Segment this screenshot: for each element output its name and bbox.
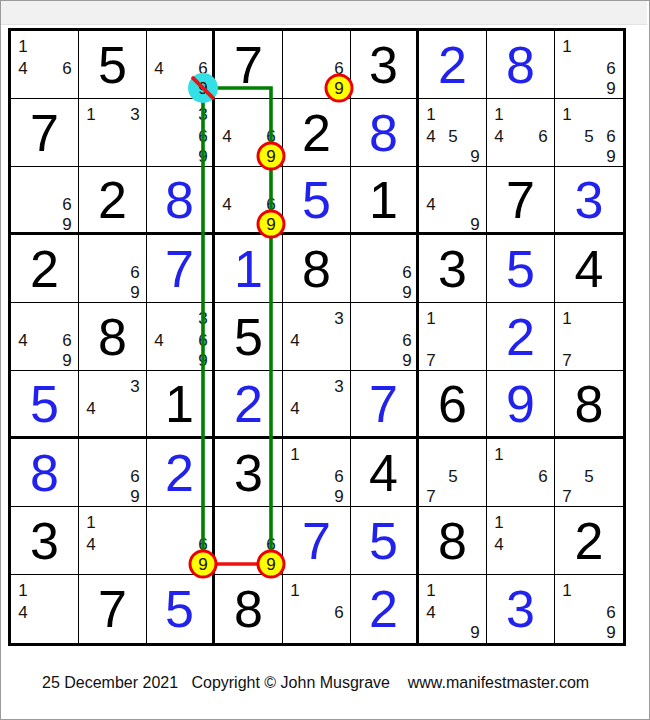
cell-r2c1[interactable]: 7 bbox=[11, 99, 79, 167]
sudoku-board: 1465469769328169713369469281459146156969… bbox=[8, 28, 626, 646]
cell-r7c8[interactable]: 16 bbox=[487, 439, 555, 507]
given-digit: 7 bbox=[487, 167, 554, 232]
candidate-5: 5 bbox=[584, 128, 593, 145]
cell-r5c6[interactable]: 69 bbox=[351, 303, 419, 371]
given-digit: 5 bbox=[215, 303, 282, 370]
candidate-4: 4 bbox=[222, 128, 231, 145]
candidate-9: 9 bbox=[62, 352, 71, 369]
cell-r2c3[interactable]: 369 bbox=[147, 99, 215, 167]
candidate-6: 6 bbox=[62, 196, 71, 213]
candidate-6: 6 bbox=[266, 196, 275, 213]
cell-r3c8[interactable]: 7 bbox=[487, 167, 555, 235]
solved-digit: 2 bbox=[215, 371, 282, 436]
cell-r5c9[interactable]: 17 bbox=[555, 303, 623, 371]
candidate-9: 9 bbox=[402, 352, 411, 369]
candidate-5: 5 bbox=[448, 468, 457, 485]
candidate-9: 9 bbox=[606, 148, 615, 165]
candidate-6: 6 bbox=[62, 332, 71, 349]
candidate-3: 3 bbox=[130, 378, 139, 395]
candidate-7: 7 bbox=[562, 488, 571, 505]
candidate-4: 4 bbox=[154, 60, 163, 77]
cell-r6c4[interactable]: 2 bbox=[215, 371, 283, 439]
cell-r6c6[interactable]: 7 bbox=[351, 371, 419, 439]
candidate-1: 1 bbox=[86, 514, 95, 531]
given-digit: 3 bbox=[215, 439, 282, 506]
cell-r1c2[interactable]: 5 bbox=[79, 31, 147, 99]
cell-r7c3[interactable]: 2 bbox=[147, 439, 215, 507]
candidate-4: 4 bbox=[222, 196, 231, 213]
candidate-9: 9 bbox=[470, 624, 479, 641]
candidate-4: 4 bbox=[494, 536, 503, 553]
cell-r8c3[interactable]: 69 bbox=[147, 507, 215, 575]
given-digit: 1 bbox=[351, 167, 416, 232]
candidate-6: 6 bbox=[538, 128, 547, 145]
candidate-9: 9 bbox=[198, 148, 207, 165]
given-digit: 2 bbox=[283, 99, 350, 166]
cell-r2c6[interactable]: 8 bbox=[351, 99, 419, 167]
given-digit: 8 bbox=[283, 235, 350, 302]
candidate-9: 9 bbox=[198, 352, 207, 369]
candidate-1: 1 bbox=[494, 106, 503, 123]
solved-digit: 8 bbox=[11, 439, 78, 506]
candidate-6: 6 bbox=[334, 468, 343, 485]
candidate-1: 1 bbox=[562, 310, 571, 327]
cell-r1c4[interactable]: 7 bbox=[215, 31, 283, 99]
cell-r4c2[interactable]: 69 bbox=[79, 235, 147, 303]
candidate-9: 9 bbox=[402, 284, 411, 301]
cell-r3c4[interactable]: 469 bbox=[215, 167, 283, 235]
candidate-9: 9 bbox=[606, 624, 615, 641]
cell-r9c9[interactable]: 169 bbox=[555, 575, 623, 643]
candidate-9: 9 bbox=[606, 80, 615, 97]
candidate-6: 6 bbox=[606, 60, 615, 77]
cell-r7c7[interactable]: 57 bbox=[419, 439, 487, 507]
candidate-9: 9 bbox=[334, 80, 343, 97]
candidate-1: 1 bbox=[562, 106, 571, 123]
solved-digit: 5 bbox=[487, 235, 554, 302]
cell-r1c8[interactable]: 8 bbox=[487, 31, 555, 99]
solved-digit: 1 bbox=[215, 235, 282, 302]
solved-digit: 3 bbox=[487, 575, 554, 643]
cell-r5c8[interactable]: 2 bbox=[487, 303, 555, 371]
solved-digit: 5 bbox=[351, 507, 416, 574]
given-digit: 2 bbox=[79, 167, 146, 232]
cell-r8c9[interactable]: 2 bbox=[555, 507, 623, 575]
cell-r5c2[interactable]: 8 bbox=[79, 303, 147, 371]
cell-r3c7[interactable]: 49 bbox=[419, 167, 487, 235]
cell-r7c4[interactable]: 3 bbox=[215, 439, 283, 507]
candidate-4: 4 bbox=[426, 196, 435, 213]
candidate-4: 4 bbox=[18, 604, 27, 621]
candidate-7: 7 bbox=[562, 352, 571, 369]
cell-r4c5[interactable]: 8 bbox=[283, 235, 351, 303]
solved-digit: 5 bbox=[283, 167, 350, 232]
candidate-4: 4 bbox=[426, 128, 435, 145]
candidate-4: 4 bbox=[18, 60, 27, 77]
solved-digit: 7 bbox=[351, 371, 416, 436]
candidate-1: 1 bbox=[18, 582, 27, 599]
candidate-9: 9 bbox=[62, 216, 71, 233]
cell-r2c2[interactable]: 13 bbox=[79, 99, 147, 167]
top-strip bbox=[1, 1, 647, 25]
given-digit: 7 bbox=[11, 99, 78, 166]
solved-digit: 3 bbox=[555, 167, 623, 232]
candidate-1: 1 bbox=[426, 106, 435, 123]
given-digit: 3 bbox=[11, 507, 78, 574]
candidate-1: 1 bbox=[562, 582, 571, 599]
solved-digit: 8 bbox=[487, 31, 554, 98]
cell-r6c7[interactable]: 6 bbox=[419, 371, 487, 439]
cell-r1c5[interactable]: 69 bbox=[283, 31, 351, 99]
cell-r9c7[interactable]: 149 bbox=[419, 575, 487, 643]
solved-digit: 7 bbox=[283, 507, 350, 574]
cell-r9c5[interactable]: 16 bbox=[283, 575, 351, 643]
cell-r9c8[interactable]: 3 bbox=[487, 575, 555, 643]
cell-r1c1[interactable]: 146 bbox=[11, 31, 79, 99]
given-digit: 5 bbox=[79, 31, 146, 98]
candidate-1: 1 bbox=[18, 38, 27, 55]
cell-r5c5[interactable]: 34 bbox=[283, 303, 351, 371]
candidate-6: 6 bbox=[198, 128, 207, 145]
candidate-1: 1 bbox=[494, 446, 503, 463]
candidate-5: 5 bbox=[448, 128, 457, 145]
cell-r6c2[interactable]: 34 bbox=[79, 371, 147, 439]
cell-r9c6[interactable]: 2 bbox=[351, 575, 419, 643]
cell-r8c8[interactable]: 14 bbox=[487, 507, 555, 575]
cell-r3c6[interactable]: 1 bbox=[351, 167, 419, 235]
cell-r7c5[interactable]: 169 bbox=[283, 439, 351, 507]
cell-r2c4[interactable]: 469 bbox=[215, 99, 283, 167]
given-digit: 8 bbox=[555, 371, 623, 436]
cell-r3c3[interactable]: 8 bbox=[147, 167, 215, 235]
given-digit: 3 bbox=[419, 235, 486, 302]
candidate-9: 9 bbox=[470, 216, 479, 233]
candidate-6: 6 bbox=[266, 536, 275, 553]
candidate-6: 6 bbox=[266, 128, 275, 145]
candidate-4: 4 bbox=[18, 332, 27, 349]
candidate-6: 6 bbox=[402, 332, 411, 349]
candidate-4: 4 bbox=[426, 604, 435, 621]
candidate-3: 3 bbox=[198, 310, 207, 327]
cell-r4c7[interactable]: 3 bbox=[419, 235, 487, 303]
cell-r2c9[interactable]: 1569 bbox=[555, 99, 623, 167]
candidate-4: 4 bbox=[494, 128, 503, 145]
cell-r3c1[interactable]: 69 bbox=[11, 167, 79, 235]
candidate-1: 1 bbox=[494, 514, 503, 531]
caption: 25 December 2021 Copyright © John Musgra… bbox=[42, 674, 589, 692]
given-digit: 4 bbox=[555, 235, 623, 302]
candidate-1: 1 bbox=[426, 310, 435, 327]
cell-r7c2[interactable]: 69 bbox=[79, 439, 147, 507]
cell-r3c5[interactable]: 5 bbox=[283, 167, 351, 235]
given-digit: 6 bbox=[419, 371, 486, 436]
solved-digit: 2 bbox=[487, 303, 554, 370]
candidate-3: 3 bbox=[334, 310, 343, 327]
candidate-4: 4 bbox=[86, 536, 95, 553]
candidate-4: 4 bbox=[290, 332, 299, 349]
cell-r5c4[interactable]: 5 bbox=[215, 303, 283, 371]
given-digit: 2 bbox=[555, 507, 623, 574]
given-digit: 1 bbox=[147, 371, 212, 436]
candidate-4: 4 bbox=[86, 400, 95, 417]
candidate-6: 6 bbox=[334, 604, 343, 621]
cell-r2c5[interactable]: 2 bbox=[283, 99, 351, 167]
candidate-6: 6 bbox=[130, 264, 139, 281]
cell-r3c2[interactable]: 2 bbox=[79, 167, 147, 235]
candidate-1: 1 bbox=[290, 582, 299, 599]
solved-digit: 2 bbox=[147, 439, 212, 506]
candidate-1: 1 bbox=[426, 582, 435, 599]
cell-r8c1[interactable]: 3 bbox=[11, 507, 79, 575]
candidate-3: 3 bbox=[198, 106, 207, 123]
candidate-5: 5 bbox=[584, 468, 593, 485]
cell-r8c2[interactable]: 14 bbox=[79, 507, 147, 575]
given-digit: 8 bbox=[419, 507, 486, 574]
candidate-9: 9 bbox=[130, 488, 139, 505]
candidate-3: 3 bbox=[130, 106, 139, 123]
cell-r5c1[interactable]: 469 bbox=[11, 303, 79, 371]
candidate-6: 6 bbox=[606, 604, 615, 621]
candidate-9: 9 bbox=[266, 216, 275, 233]
candidate-1: 1 bbox=[290, 446, 299, 463]
candidate-7: 7 bbox=[426, 352, 435, 369]
cell-r6c9[interactable]: 8 bbox=[555, 371, 623, 439]
cell-r1c9[interactable]: 169 bbox=[555, 31, 623, 99]
cell-r7c6[interactable]: 4 bbox=[351, 439, 419, 507]
given-digit: 7 bbox=[79, 575, 146, 643]
cell-r6c1[interactable]: 5 bbox=[11, 371, 79, 439]
candidate-1: 1 bbox=[562, 38, 571, 55]
cell-r7c1[interactable]: 8 bbox=[11, 439, 79, 507]
candidate-9: 9 bbox=[198, 556, 207, 573]
cell-r8c4[interactable]: 69 bbox=[215, 507, 283, 575]
cell-r8c6[interactable]: 5 bbox=[351, 507, 419, 575]
solved-digit: 2 bbox=[419, 31, 486, 98]
solved-digit: 8 bbox=[351, 99, 416, 166]
cell-r6c8[interactable]: 9 bbox=[487, 371, 555, 439]
solved-digit: 7 bbox=[147, 235, 212, 302]
cell-r4c9[interactable]: 4 bbox=[555, 235, 623, 303]
cell-r2c8[interactable]: 146 bbox=[487, 99, 555, 167]
cell-r6c5[interactable]: 34 bbox=[283, 371, 351, 439]
candidate-3: 3 bbox=[334, 378, 343, 395]
candidate-9: 9 bbox=[470, 148, 479, 165]
cell-r4c1[interactable]: 2 bbox=[11, 235, 79, 303]
candidate-6: 6 bbox=[62, 60, 71, 77]
cell-r6c3[interactable]: 1 bbox=[147, 371, 215, 439]
given-digit: 3 bbox=[351, 31, 416, 98]
cell-r4c6[interactable]: 69 bbox=[351, 235, 419, 303]
cell-r5c3[interactable]: 3469 bbox=[147, 303, 215, 371]
given-digit: 4 bbox=[351, 439, 416, 506]
cell-r3c9[interactable]: 3 bbox=[555, 167, 623, 235]
cell-r8c7[interactable]: 8 bbox=[419, 507, 487, 575]
candidate-6: 6 bbox=[606, 128, 615, 145]
cell-r4c4[interactable]: 1 bbox=[215, 235, 283, 303]
candidate-1: 1 bbox=[86, 106, 95, 123]
candidate-9: 9 bbox=[266, 148, 275, 165]
cell-r5c7[interactable]: 17 bbox=[419, 303, 487, 371]
candidate-9: 9 bbox=[266, 556, 275, 573]
cell-r8c5[interactable]: 7 bbox=[283, 507, 351, 575]
candidate-4: 4 bbox=[290, 400, 299, 417]
candidate-6: 6 bbox=[198, 536, 207, 553]
given-digit: 7 bbox=[215, 31, 282, 98]
given-digit: 2 bbox=[11, 235, 78, 302]
cell-r9c1[interactable]: 14 bbox=[11, 575, 79, 643]
candidate-6: 6 bbox=[130, 468, 139, 485]
candidate-4: 4 bbox=[154, 332, 163, 349]
solved-digit: 8 bbox=[147, 167, 212, 232]
solved-digit: 5 bbox=[11, 371, 78, 436]
cell-r4c8[interactable]: 5 bbox=[487, 235, 555, 303]
candidate-6: 6 bbox=[334, 60, 343, 77]
candidate-9: 9 bbox=[130, 284, 139, 301]
cell-r1c7[interactable]: 2 bbox=[419, 31, 487, 99]
cell-r4c3[interactable]: 7 bbox=[147, 235, 215, 303]
cell-r2c7[interactable]: 1459 bbox=[419, 99, 487, 167]
given-digit: 8 bbox=[79, 303, 146, 370]
candidate-9: 9 bbox=[334, 488, 343, 505]
solved-digit: 5 bbox=[147, 575, 212, 643]
candidate-6: 6 bbox=[538, 468, 547, 485]
candidate-6: 6 bbox=[198, 60, 207, 77]
candidate-6: 6 bbox=[402, 264, 411, 281]
candidate-7: 7 bbox=[426, 488, 435, 505]
cell-r9c3[interactable]: 5 bbox=[147, 575, 215, 643]
candidate-6: 6 bbox=[198, 332, 207, 349]
cell-r7c9[interactable]: 57 bbox=[555, 439, 623, 507]
solved-digit: 2 bbox=[351, 575, 416, 643]
cell-r9c2[interactable]: 7 bbox=[79, 575, 147, 643]
cell-r1c6[interactable]: 3 bbox=[351, 31, 419, 99]
solved-digit: 9 bbox=[487, 371, 554, 436]
cell-r9c4[interactable]: 8 bbox=[215, 575, 283, 643]
given-digit: 8 bbox=[215, 575, 282, 643]
